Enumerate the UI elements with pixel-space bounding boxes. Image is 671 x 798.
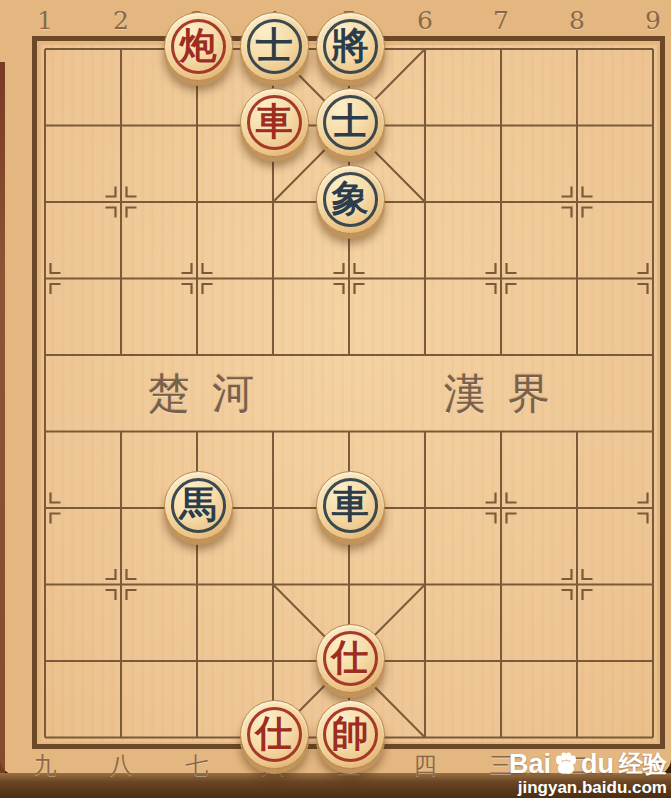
file-label-bottom-6: 四 [414, 751, 437, 779]
baidu-watermark: Bai du 经验 jingyan.baidu.com [509, 750, 667, 798]
piece-red-general[interactable]: 帥 [316, 700, 385, 769]
file-label-bottom-3: 七 [186, 751, 209, 779]
piece-glyph: 仕 [332, 639, 369, 676]
piece-glyph: 帥 [332, 715, 369, 752]
baidu-logo-text-bai: Bai [509, 750, 551, 778]
piece-black-advisor[interactable]: 士 [316, 88, 385, 157]
piece-glyph: 炮 [180, 27, 217, 64]
piece-glyph: 士 [332, 103, 369, 140]
file-label-top-2: 2 [113, 7, 129, 35]
file-label-top-8: 8 [569, 7, 585, 35]
piece-black-chariot[interactable]: 車 [316, 471, 385, 540]
baidu-logo-text-jingyan: 经验 [619, 750, 667, 778]
piece-red-cannon[interactable]: 炮 [164, 12, 233, 81]
piece-red-advisor[interactable]: 仕 [240, 700, 309, 769]
piece-glyph: 仕 [256, 715, 293, 752]
river-label-chuhe: 楚河 [148, 366, 276, 422]
piece-black-advisor[interactable]: 士 [240, 12, 309, 81]
file-label-top-6: 6 [417, 7, 433, 35]
xiangqi-screenshot: 楚河 漢界 Bai du 经验 jingyan.baidu.com 123456… [0, 0, 671, 798]
file-label-bottom-1: 九 [34, 751, 57, 779]
baidu-paw-icon [553, 751, 579, 777]
watermark-url: jingyan.baidu.com [509, 778, 667, 798]
piece-glyph: 車 [332, 486, 369, 523]
baidu-logo-text-du: du [581, 750, 614, 778]
piece-black-elephant[interactable]: 象 [316, 165, 385, 234]
river-label-hanjie: 漢界 [444, 366, 572, 422]
piece-black-horse[interactable]: 馬 [164, 471, 233, 540]
piece-glyph: 將 [332, 27, 369, 64]
piece-glyph: 象 [332, 180, 369, 217]
piece-red-chariot[interactable]: 車 [240, 88, 309, 157]
baidu-logo: Bai du 经验 [509, 750, 667, 778]
piece-glyph: 車 [256, 103, 293, 140]
file-label-top-1: 1 [37, 7, 53, 35]
piece-glyph: 馬 [180, 486, 217, 523]
piece-red-advisor[interactable]: 仕 [316, 624, 385, 693]
file-label-top-9: 9 [645, 7, 661, 35]
file-label-top-7: 7 [493, 7, 509, 35]
piece-black-general[interactable]: 將 [316, 12, 385, 81]
file-label-bottom-2: 八 [110, 751, 133, 779]
piece-glyph: 士 [256, 27, 293, 64]
